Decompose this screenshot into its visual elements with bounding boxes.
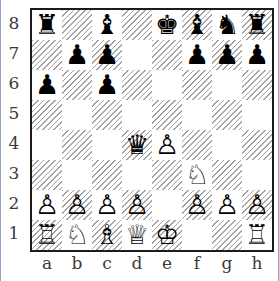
square-b2[interactable]: ♙ xyxy=(62,190,92,220)
piece-black-pawn: ♟ xyxy=(35,70,59,100)
square-e4[interactable]: ♙ xyxy=(152,130,182,160)
square-d4[interactable]: ♛ xyxy=(122,130,152,160)
square-f1[interactable] xyxy=(182,220,212,250)
square-b4[interactable] xyxy=(62,130,92,160)
square-h3[interactable] xyxy=(242,160,272,190)
file-label-f: f xyxy=(182,251,212,275)
square-h7[interactable]: ♟ xyxy=(242,40,272,70)
square-a7[interactable] xyxy=(32,40,62,70)
square-b8[interactable] xyxy=(62,10,92,40)
square-e3[interactable] xyxy=(152,160,182,190)
piece-white-pawn: ♙ xyxy=(65,190,89,220)
piece-white-rook: ♖ xyxy=(35,220,59,250)
piece-black-rook: ♜ xyxy=(245,10,269,40)
piece-black-pawn: ♟ xyxy=(95,40,119,70)
square-f2[interactable]: ♙ xyxy=(182,190,212,220)
square-d7[interactable] xyxy=(122,40,152,70)
square-h4[interactable] xyxy=(242,130,272,160)
square-d5[interactable] xyxy=(122,100,152,130)
square-a4[interactable] xyxy=(32,130,62,160)
square-a8[interactable]: ♜ xyxy=(32,10,62,40)
square-d3[interactable] xyxy=(122,160,152,190)
square-e6[interactable] xyxy=(152,70,182,100)
square-h2[interactable]: ♙ xyxy=(242,190,272,220)
square-h5[interactable] xyxy=(242,100,272,130)
square-e8[interactable]: ♚ xyxy=(152,10,182,40)
piece-white-pawn: ♙ xyxy=(125,190,149,220)
piece-black-bishop: ♝ xyxy=(185,10,209,40)
rank-label-7: 7 xyxy=(2,38,26,68)
file-label-h: h xyxy=(242,251,272,275)
square-g5[interactable] xyxy=(212,100,242,130)
square-c8[interactable]: ♝ xyxy=(92,10,122,40)
square-g2[interactable]: ♙ xyxy=(212,190,242,220)
piece-black-pawn: ♟ xyxy=(215,40,239,70)
piece-white-bishop: ♗ xyxy=(95,220,119,250)
square-g8[interactable]: ♞ xyxy=(212,10,242,40)
rank-label-8: 8 xyxy=(2,8,26,38)
piece-black-pawn: ♟ xyxy=(245,40,269,70)
piece-black-rook: ♜ xyxy=(35,10,59,40)
square-a3[interactable] xyxy=(32,160,62,190)
square-c7[interactable]: ♟ xyxy=(92,40,122,70)
piece-white-queen: ♕ xyxy=(125,220,149,250)
piece-white-pawn: ♙ xyxy=(185,190,209,220)
square-f7[interactable]: ♟ xyxy=(182,40,212,70)
square-d1[interactable]: ♕ xyxy=(122,220,152,250)
page-left-border xyxy=(0,0,1,281)
file-label-a: a xyxy=(32,251,62,275)
piece-black-pawn: ♟ xyxy=(95,70,119,100)
square-e5[interactable] xyxy=(152,100,182,130)
file-label-b: b xyxy=(62,251,92,275)
rank-label-4: 4 xyxy=(2,128,26,158)
square-b1[interactable]: ♘ xyxy=(62,220,92,250)
square-g3[interactable] xyxy=(212,160,242,190)
piece-white-knight: ♘ xyxy=(65,220,89,250)
square-c2[interactable]: ♙ xyxy=(92,190,122,220)
square-e7[interactable] xyxy=(152,40,182,70)
square-f6[interactable] xyxy=(182,70,212,100)
piece-white-knight: ♘ xyxy=(185,160,209,190)
square-h6[interactable] xyxy=(242,70,272,100)
piece-white-king: ♔ xyxy=(155,220,179,250)
page-right-border xyxy=(278,0,279,281)
square-g4[interactable] xyxy=(212,130,242,160)
piece-white-pawn: ♙ xyxy=(35,190,59,220)
square-d8[interactable] xyxy=(122,10,152,40)
square-h1[interactable]: ♖ xyxy=(242,220,272,250)
rank-label-1: 1 xyxy=(2,218,26,248)
square-e1[interactable]: ♔ xyxy=(152,220,182,250)
square-f3[interactable]: ♘ xyxy=(182,160,212,190)
file-label-e: e xyxy=(152,251,182,275)
square-a1[interactable]: ♖ xyxy=(32,220,62,250)
square-h8[interactable]: ♜ xyxy=(242,10,272,40)
square-d6[interactable] xyxy=(122,70,152,100)
rank-label-3: 3 xyxy=(2,158,26,188)
piece-white-pawn: ♙ xyxy=(155,130,179,160)
chess-board: ♜♝♚♝♞♜♟♟♟♟♟♟♟♛♙♘♙♙♙♙♙♙♙♖♘♗♕♔♖ xyxy=(30,8,274,252)
rank-label-6: 6 xyxy=(2,68,26,98)
piece-black-pawn: ♟ xyxy=(185,40,209,70)
square-g7[interactable]: ♟ xyxy=(212,40,242,70)
square-a6[interactable]: ♟ xyxy=(32,70,62,100)
square-b3[interactable] xyxy=(62,160,92,190)
square-f4[interactable] xyxy=(182,130,212,160)
square-f8[interactable]: ♝ xyxy=(182,10,212,40)
piece-black-king: ♚ xyxy=(155,10,179,40)
piece-black-knight: ♞ xyxy=(215,10,239,40)
square-c3[interactable] xyxy=(92,160,122,190)
square-d2[interactable]: ♙ xyxy=(122,190,152,220)
square-a5[interactable] xyxy=(32,100,62,130)
square-b6[interactable] xyxy=(62,70,92,100)
square-b7[interactable]: ♟ xyxy=(62,40,92,70)
square-g6[interactable] xyxy=(212,70,242,100)
piece-white-pawn: ♙ xyxy=(215,190,239,220)
piece-black-pawn: ♟ xyxy=(65,40,89,70)
square-a2[interactable]: ♙ xyxy=(32,190,62,220)
file-label-d: d xyxy=(122,251,152,275)
rank-label-5: 5 xyxy=(2,98,26,128)
file-label-c: c xyxy=(92,251,122,275)
square-c4[interactable] xyxy=(92,130,122,160)
piece-black-bishop: ♝ xyxy=(95,10,119,40)
square-c1[interactable]: ♗ xyxy=(92,220,122,250)
square-b5[interactable] xyxy=(62,100,92,130)
square-c6[interactable]: ♟ xyxy=(92,70,122,100)
rank-label-2: 2 xyxy=(2,188,26,218)
square-c5[interactable] xyxy=(92,100,122,130)
file-label-g: g xyxy=(212,251,242,275)
piece-black-queen: ♛ xyxy=(125,130,149,160)
piece-white-pawn: ♙ xyxy=(95,190,119,220)
square-g1[interactable] xyxy=(212,220,242,250)
piece-white-rook: ♖ xyxy=(245,220,269,250)
square-e2[interactable] xyxy=(152,190,182,220)
square-f5[interactable] xyxy=(182,100,212,130)
piece-white-pawn: ♙ xyxy=(245,190,269,220)
